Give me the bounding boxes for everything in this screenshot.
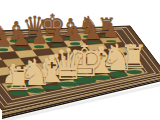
chess-set-photo: ♜♞♝♛♚♝♞♜♟♟♟♟♟♟♟♟♟♟♟♟♟♟♟♟♜♞♝♛♚♝♞♜ <box>0 0 160 120</box>
chess-board <box>0 0 160 120</box>
